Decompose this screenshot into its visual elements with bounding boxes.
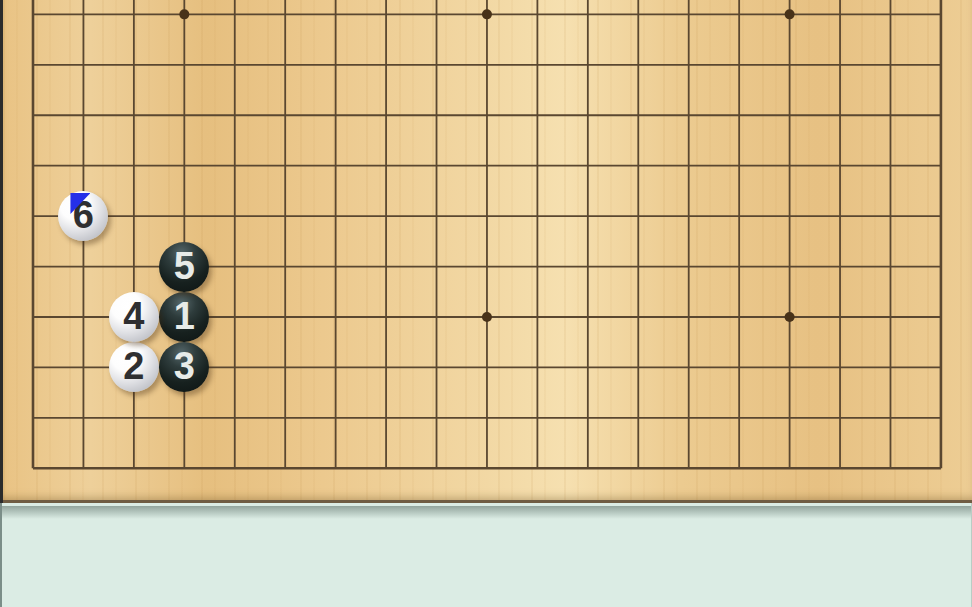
table-background bbox=[0, 503, 972, 607]
screen-left-edge-strip bbox=[0, 0, 3, 503]
screen-left-edge-strip-lower bbox=[0, 503, 2, 607]
app-viewport: 123456 bbox=[0, 0, 972, 607]
go-board[interactable] bbox=[3, 0, 972, 503]
